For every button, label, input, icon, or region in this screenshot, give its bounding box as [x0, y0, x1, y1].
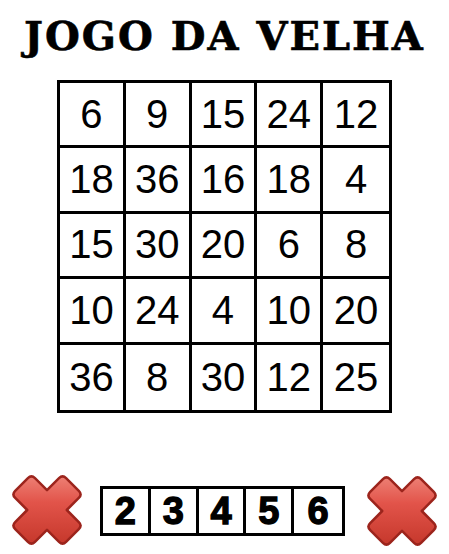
grid-cell[interactable]: 24	[126, 279, 192, 344]
grid-cell[interactable]: 8	[323, 214, 389, 279]
grid-cell[interactable]: 8	[126, 345, 192, 410]
factor-cell: 4	[199, 489, 247, 533]
grid-cell[interactable]: 9	[126, 83, 192, 148]
grid-cell[interactable]: 18	[257, 148, 323, 213]
grid-cell[interactable]: 16	[192, 148, 258, 213]
grid-cell[interactable]: 12	[257, 345, 323, 410]
grid-cell[interactable]: 20	[192, 214, 258, 279]
grid-cell[interactable]: 36	[60, 345, 126, 410]
grid-cell[interactable]: 30	[126, 214, 192, 279]
grid-cell[interactable]: 20	[323, 279, 389, 344]
grid-cell[interactable]: 4	[192, 279, 258, 344]
grid-cell[interactable]: 25	[323, 345, 389, 410]
factor-strip: 2 3 4 5 6	[100, 486, 345, 536]
grid-cell[interactable]: 18	[60, 148, 126, 213]
cross-mark-icon	[8, 471, 86, 549]
grid-cell[interactable]: 10	[60, 279, 126, 344]
grid-cell[interactable]: 6	[60, 83, 126, 148]
grid-cell[interactable]: 15	[60, 214, 126, 279]
grid-cell[interactable]: 24	[257, 83, 323, 148]
factor-cell: 2	[103, 489, 151, 533]
multiplication-grid: 6 9 15 24 12 18 36 16 18 4 15 30 20 6 8 …	[57, 80, 392, 413]
cross-mark-icon	[363, 472, 441, 550]
grid-cell[interactable]: 36	[126, 148, 192, 213]
grid-cell[interactable]: 4	[323, 148, 389, 213]
grid-cell[interactable]: 10	[257, 279, 323, 344]
factor-cell: 3	[151, 489, 199, 533]
grid-cell[interactable]: 12	[323, 83, 389, 148]
page-title: JOGO DA VELHA	[0, 12, 449, 59]
grid-cell[interactable]: 15	[192, 83, 258, 148]
grid-cell[interactable]: 6	[257, 214, 323, 279]
factor-cell: 6	[294, 489, 342, 533]
factor-cell: 5	[246, 489, 294, 533]
factor-bar: 2 3 4 5 6	[0, 468, 449, 550]
grid-cell[interactable]: 30	[192, 345, 258, 410]
